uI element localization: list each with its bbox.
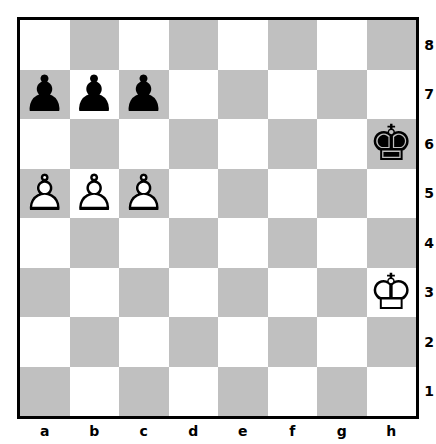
square-e3[interactable] bbox=[218, 268, 268, 318]
square-b7[interactable]: ♟ bbox=[70, 70, 120, 120]
square-h6[interactable]: ♚ bbox=[367, 119, 417, 169]
square-a2[interactable] bbox=[20, 317, 70, 367]
square-g1[interactable] bbox=[317, 367, 367, 417]
white-king: ♚♔ bbox=[367, 268, 416, 317]
square-h4[interactable] bbox=[367, 218, 417, 268]
square-e4[interactable] bbox=[218, 218, 268, 268]
rank-label-8: 8 bbox=[422, 20, 436, 70]
rank-label-3: 3 bbox=[422, 268, 436, 318]
square-a6[interactable] bbox=[20, 119, 70, 169]
square-d7[interactable] bbox=[169, 70, 219, 120]
square-f1[interactable] bbox=[268, 367, 318, 417]
square-c7[interactable]: ♟ bbox=[119, 70, 169, 120]
square-e1[interactable] bbox=[218, 367, 268, 417]
white-king-outline: ♔ bbox=[367, 268, 416, 317]
square-c3[interactable] bbox=[119, 268, 169, 318]
square-e8[interactable] bbox=[218, 20, 268, 70]
square-b2[interactable] bbox=[70, 317, 120, 367]
file-label-d: d bbox=[169, 422, 219, 440]
rank-labels: 87654321 bbox=[422, 20, 436, 416]
rank-label-7: 7 bbox=[422, 70, 436, 120]
square-h2[interactable] bbox=[367, 317, 417, 367]
square-h3[interactable]: ♚♔ bbox=[367, 268, 417, 318]
white-pawn-outline: ♙ bbox=[70, 169, 119, 218]
square-h7[interactable] bbox=[367, 70, 417, 120]
square-b5[interactable]: ♟♙ bbox=[70, 169, 120, 219]
square-e7[interactable] bbox=[218, 70, 268, 120]
square-b4[interactable] bbox=[70, 218, 120, 268]
rank-label-2: 2 bbox=[422, 317, 436, 367]
black-pawn: ♟ bbox=[20, 70, 69, 119]
black-pawn: ♟ bbox=[119, 70, 168, 119]
square-f8[interactable] bbox=[268, 20, 318, 70]
file-label-a: a bbox=[20, 422, 70, 440]
square-f6[interactable] bbox=[268, 119, 318, 169]
rank-label-4: 4 bbox=[422, 218, 436, 268]
square-d8[interactable] bbox=[169, 20, 219, 70]
square-f5[interactable] bbox=[268, 169, 318, 219]
rank-label-6: 6 bbox=[422, 119, 436, 169]
square-f3[interactable] bbox=[268, 268, 318, 318]
square-h5[interactable] bbox=[367, 169, 417, 219]
black-king: ♚ bbox=[367, 119, 416, 168]
square-d6[interactable] bbox=[169, 119, 219, 169]
square-c2[interactable] bbox=[119, 317, 169, 367]
square-c4[interactable] bbox=[119, 218, 169, 268]
file-label-f: f bbox=[268, 422, 318, 440]
rank-label-5: 5 bbox=[422, 169, 436, 219]
square-c8[interactable] bbox=[119, 20, 169, 70]
square-e5[interactable] bbox=[218, 169, 268, 219]
square-g6[interactable] bbox=[317, 119, 367, 169]
black-pawn: ♟ bbox=[70, 70, 119, 119]
square-b6[interactable] bbox=[70, 119, 120, 169]
square-g3[interactable] bbox=[317, 268, 367, 318]
square-c1[interactable] bbox=[119, 367, 169, 417]
square-h8[interactable] bbox=[367, 20, 417, 70]
chess-diagram: ♟♟♟♚♟♙♟♙♟♙♚♔ abcdefgh 87654321 bbox=[0, 0, 436, 444]
square-g8[interactable] bbox=[317, 20, 367, 70]
square-e6[interactable] bbox=[218, 119, 268, 169]
square-d3[interactable] bbox=[169, 268, 219, 318]
square-c5[interactable]: ♟♙ bbox=[119, 169, 169, 219]
square-d2[interactable] bbox=[169, 317, 219, 367]
square-c6[interactable] bbox=[119, 119, 169, 169]
square-d4[interactable] bbox=[169, 218, 219, 268]
white-pawn-outline: ♙ bbox=[20, 169, 69, 218]
square-b3[interactable] bbox=[70, 268, 120, 318]
square-a8[interactable] bbox=[20, 20, 70, 70]
square-d1[interactable] bbox=[169, 367, 219, 417]
file-labels: abcdefgh bbox=[20, 422, 416, 440]
board-frame: ♟♟♟♚♟♙♟♙♟♙♚♔ bbox=[17, 17, 419, 419]
rank-label-1: 1 bbox=[422, 367, 436, 417]
square-g7[interactable] bbox=[317, 70, 367, 120]
file-label-e: e bbox=[218, 422, 268, 440]
square-h1[interactable] bbox=[367, 367, 417, 417]
white-pawn: ♟♙ bbox=[20, 169, 69, 218]
file-label-g: g bbox=[317, 422, 367, 440]
square-g5[interactable] bbox=[317, 169, 367, 219]
white-pawn: ♟♙ bbox=[119, 169, 168, 218]
square-e2[interactable] bbox=[218, 317, 268, 367]
square-a4[interactable] bbox=[20, 218, 70, 268]
square-g2[interactable] bbox=[317, 317, 367, 367]
chess-board: ♟♟♟♚♟♙♟♙♟♙♚♔ bbox=[20, 20, 416, 416]
file-label-h: h bbox=[367, 422, 417, 440]
square-f2[interactable] bbox=[268, 317, 318, 367]
square-a5[interactable]: ♟♙ bbox=[20, 169, 70, 219]
square-a3[interactable] bbox=[20, 268, 70, 318]
white-pawn: ♟♙ bbox=[70, 169, 119, 218]
square-d5[interactable] bbox=[169, 169, 219, 219]
square-a1[interactable] bbox=[20, 367, 70, 417]
square-g4[interactable] bbox=[317, 218, 367, 268]
square-a7[interactable]: ♟ bbox=[20, 70, 70, 120]
square-f4[interactable] bbox=[268, 218, 318, 268]
file-label-b: b bbox=[70, 422, 120, 440]
square-b1[interactable] bbox=[70, 367, 120, 417]
square-f7[interactable] bbox=[268, 70, 318, 120]
white-pawn-outline: ♙ bbox=[119, 169, 168, 218]
file-label-c: c bbox=[119, 422, 169, 440]
square-b8[interactable] bbox=[70, 20, 120, 70]
